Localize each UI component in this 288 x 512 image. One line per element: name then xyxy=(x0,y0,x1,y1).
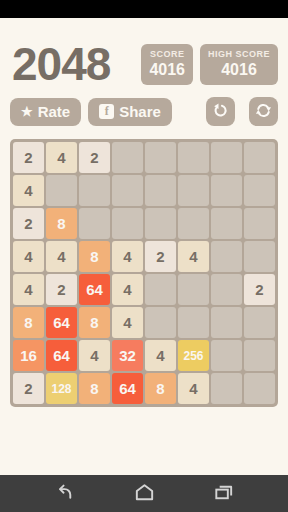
share-button[interactable]: f Share xyxy=(88,98,172,126)
tile-4: 4 xyxy=(178,373,209,404)
empty-cell xyxy=(211,241,242,272)
empty-cell xyxy=(145,175,176,206)
high-score-label: HIGH SCORE xyxy=(208,49,270,60)
tile-64: 64 xyxy=(112,373,143,404)
empty-cell xyxy=(211,175,242,206)
score-value: 4016 xyxy=(149,60,185,79)
home-button[interactable] xyxy=(132,482,156,506)
empty-cell xyxy=(112,208,143,239)
undo-icon xyxy=(212,102,229,122)
tile-32: 32 xyxy=(112,340,143,371)
tile-4: 4 xyxy=(112,274,143,305)
tile-2: 2 xyxy=(13,142,44,173)
empty-cell xyxy=(211,340,242,371)
empty-cell xyxy=(178,208,209,239)
score-panel: SCORE 4016 HIGH SCORE 4016 xyxy=(141,44,278,85)
empty-cell xyxy=(145,208,176,239)
empty-cell xyxy=(244,307,275,338)
empty-cell xyxy=(46,175,77,206)
score-box: SCORE 4016 xyxy=(141,44,193,85)
undo-button[interactable] xyxy=(206,97,235,126)
empty-cell xyxy=(211,208,242,239)
empty-cell xyxy=(79,175,110,206)
app-title: 2048 xyxy=(12,42,110,86)
empty-cell xyxy=(112,175,143,206)
tile-2: 2 xyxy=(145,241,176,272)
empty-cell xyxy=(79,208,110,239)
recents-button[interactable] xyxy=(211,482,235,506)
tile-2: 2 xyxy=(46,274,77,305)
empty-cell xyxy=(244,175,275,206)
tile-2: 2 xyxy=(13,208,44,239)
tile-4: 4 xyxy=(13,241,44,272)
android-nav-bar xyxy=(0,475,288,512)
header: 2048 SCORE 4016 HIGH SCORE 4016 xyxy=(0,18,288,86)
back-button[interactable] xyxy=(53,482,77,506)
tile-4: 4 xyxy=(46,241,77,272)
high-score-value: 4016 xyxy=(208,60,270,79)
tile-16: 16 xyxy=(13,340,44,371)
tile-4: 4 xyxy=(13,175,44,206)
empty-cell xyxy=(112,142,143,173)
empty-cell xyxy=(145,142,176,173)
tile-4: 4 xyxy=(112,307,143,338)
tile-4: 4 xyxy=(13,274,44,305)
facebook-icon: f xyxy=(99,104,114,119)
status-bar xyxy=(0,0,288,18)
empty-cell xyxy=(145,274,176,305)
empty-cell xyxy=(244,340,275,371)
tile-8: 8 xyxy=(13,307,44,338)
tile-8: 8 xyxy=(79,307,110,338)
empty-cell xyxy=(211,274,242,305)
share-button-label: Share xyxy=(119,103,161,120)
tile-8: 8 xyxy=(46,208,77,239)
toolbar: ★ Rate f Share xyxy=(0,97,288,126)
tile-2: 2 xyxy=(79,142,110,173)
tile-2: 2 xyxy=(13,373,44,404)
rate-button-label: Rate xyxy=(38,103,71,120)
tile-8: 8 xyxy=(79,241,110,272)
empty-cell xyxy=(211,373,242,404)
empty-cell xyxy=(178,142,209,173)
tile-64: 64 xyxy=(46,307,77,338)
game-board[interactable]: 2424284484244264428648416644324256212886… xyxy=(10,139,278,407)
tile-4: 4 xyxy=(145,340,176,371)
tile-8: 8 xyxy=(145,373,176,404)
empty-cell xyxy=(244,208,275,239)
tile-128: 128 xyxy=(46,373,77,404)
empty-cell xyxy=(244,142,275,173)
tile-8: 8 xyxy=(79,373,110,404)
empty-cell xyxy=(145,307,176,338)
back-icon xyxy=(54,481,77,507)
empty-cell xyxy=(178,307,209,338)
tile-4: 4 xyxy=(46,142,77,173)
score-label: SCORE xyxy=(149,49,185,60)
tile-4: 4 xyxy=(79,340,110,371)
star-icon: ★ xyxy=(21,105,33,118)
tile-4: 4 xyxy=(112,241,143,272)
tile-64: 64 xyxy=(46,340,77,371)
empty-cell xyxy=(244,373,275,404)
empty-cell xyxy=(211,142,242,173)
tile-2: 2 xyxy=(244,274,275,305)
tile-256: 256 xyxy=(178,340,209,371)
high-score-box: HIGH SCORE 4016 xyxy=(200,44,278,85)
tile-64: 64 xyxy=(79,274,110,305)
recents-icon xyxy=(212,481,235,507)
empty-cell xyxy=(211,307,242,338)
tile-4: 4 xyxy=(178,241,209,272)
restart-button[interactable] xyxy=(249,97,278,126)
empty-cell xyxy=(244,241,275,272)
rate-button[interactable]: ★ Rate xyxy=(10,98,81,126)
empty-cell xyxy=(178,274,209,305)
restart-icon xyxy=(255,102,272,122)
home-icon xyxy=(133,481,156,507)
empty-cell xyxy=(178,175,209,206)
